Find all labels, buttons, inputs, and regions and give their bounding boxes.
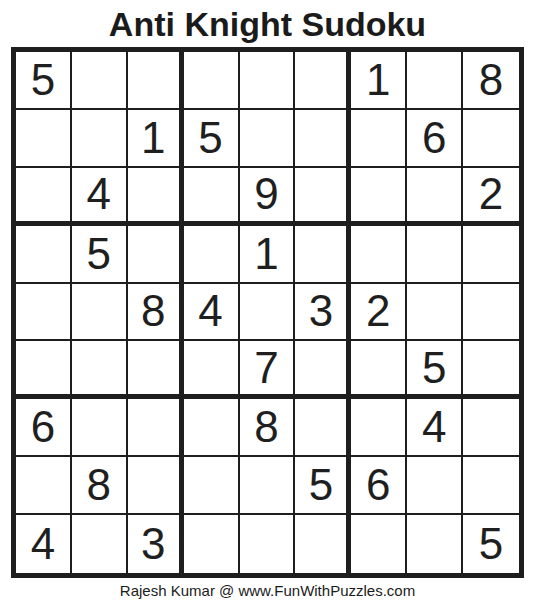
cell-r8c5[interactable]: [240, 457, 296, 515]
cell-r7c5-given[interactable]: 8: [240, 399, 296, 457]
cell-r2c1[interactable]: [16, 110, 72, 168]
cell-r3c2-given[interactable]: 4: [72, 168, 128, 226]
cell-r5c4-given[interactable]: 4: [184, 284, 240, 342]
cell-r9c6[interactable]: [295, 515, 351, 573]
cell-r7c1-given[interactable]: 6: [16, 399, 72, 457]
cell-r1c4[interactable]: [184, 52, 240, 110]
cell-r1c8[interactable]: [407, 52, 463, 110]
cell-r2c8-given[interactable]: 6: [407, 110, 463, 168]
cell-r6c7[interactable]: [351, 341, 407, 399]
cell-r8c4[interactable]: [184, 457, 240, 515]
cell-r5c3-given[interactable]: 8: [128, 284, 184, 342]
cell-r8c3[interactable]: [128, 457, 184, 515]
cell-r7c7[interactable]: [351, 399, 407, 457]
cell-r6c4[interactable]: [184, 341, 240, 399]
cell-r9c9-given[interactable]: 5: [463, 515, 519, 573]
cell-r3c7[interactable]: [351, 168, 407, 226]
cell-r7c3[interactable]: [128, 399, 184, 457]
cell-r4c5-given[interactable]: 1: [240, 226, 296, 284]
cell-r6c2[interactable]: [72, 341, 128, 399]
cell-r9c8[interactable]: [407, 515, 463, 573]
cell-r7c6[interactable]: [295, 399, 351, 457]
cell-r8c9[interactable]: [463, 457, 519, 515]
cell-r1c7-given[interactable]: 1: [351, 52, 407, 110]
sudoku-board: 51815649251843275684856435: [11, 47, 524, 578]
cell-r8c1[interactable]: [16, 457, 72, 515]
cell-r9c4[interactable]: [184, 515, 240, 573]
cell-r9c3-given[interactable]: 3: [128, 515, 184, 573]
cell-r2c7[interactable]: [351, 110, 407, 168]
cell-r5c1[interactable]: [16, 284, 72, 342]
cell-r1c3[interactable]: [128, 52, 184, 110]
cell-r6c6[interactable]: [295, 341, 351, 399]
cell-r2c6[interactable]: [295, 110, 351, 168]
cell-r6c9[interactable]: [463, 341, 519, 399]
cell-r8c6-given[interactable]: 5: [295, 457, 351, 515]
cell-r4c2-given[interactable]: 5: [72, 226, 128, 284]
cell-r9c7[interactable]: [351, 515, 407, 573]
cell-r7c2[interactable]: [72, 399, 128, 457]
cell-r6c1[interactable]: [16, 341, 72, 399]
cell-r4c1[interactable]: [16, 226, 72, 284]
cell-r7c9[interactable]: [463, 399, 519, 457]
cell-r3c3[interactable]: [128, 168, 184, 226]
cell-r4c8[interactable]: [407, 226, 463, 284]
cell-r1c9-given[interactable]: 8: [463, 52, 519, 110]
cell-r5c6-given[interactable]: 3: [295, 284, 351, 342]
cell-r5c2[interactable]: [72, 284, 128, 342]
cell-r4c4[interactable]: [184, 226, 240, 284]
cell-r1c2[interactable]: [72, 52, 128, 110]
cell-r2c3-given[interactable]: 1: [128, 110, 184, 168]
cell-r8c8[interactable]: [407, 457, 463, 515]
cell-r1c5[interactable]: [240, 52, 296, 110]
puzzle-page: Anti Knight Sudoku 518156492518432756848…: [0, 0, 535, 605]
cell-r3c8[interactable]: [407, 168, 463, 226]
cell-r5c5[interactable]: [240, 284, 296, 342]
cell-r9c2[interactable]: [72, 515, 128, 573]
cell-r2c9[interactable]: [463, 110, 519, 168]
cell-r3c1[interactable]: [16, 168, 72, 226]
cell-r4c9[interactable]: [463, 226, 519, 284]
cell-r2c5[interactable]: [240, 110, 296, 168]
cell-r4c6[interactable]: [295, 226, 351, 284]
cell-r6c5-given[interactable]: 7: [240, 341, 296, 399]
cell-r2c4-given[interactable]: 5: [184, 110, 240, 168]
page-title: Anti Knight Sudoku: [0, 3, 535, 45]
cell-r5c7-given[interactable]: 2: [351, 284, 407, 342]
cell-r8c7-given[interactable]: 6: [351, 457, 407, 515]
cell-r2c2[interactable]: [72, 110, 128, 168]
cell-r4c7[interactable]: [351, 226, 407, 284]
cell-r7c4[interactable]: [184, 399, 240, 457]
cell-r3c4[interactable]: [184, 168, 240, 226]
cell-r7c8-given[interactable]: 4: [407, 399, 463, 457]
cell-r9c5[interactable]: [240, 515, 296, 573]
cell-r6c3[interactable]: [128, 341, 184, 399]
cell-r1c6[interactable]: [295, 52, 351, 110]
cell-r3c6[interactable]: [295, 168, 351, 226]
cell-r3c5-given[interactable]: 9: [240, 168, 296, 226]
credit-footer: Rajesh Kumar @ www.FunWithPuzzles.com: [0, 582, 535, 599]
cell-r1c1-given[interactable]: 5: [16, 52, 72, 110]
cell-r3c9-given[interactable]: 2: [463, 168, 519, 226]
cell-r4c3[interactable]: [128, 226, 184, 284]
cell-r5c9[interactable]: [463, 284, 519, 342]
cell-r6c8-given[interactable]: 5: [407, 341, 463, 399]
cell-r8c2-given[interactable]: 8: [72, 457, 128, 515]
cell-r5c8[interactable]: [407, 284, 463, 342]
cell-r9c1-given[interactable]: 4: [16, 515, 72, 573]
